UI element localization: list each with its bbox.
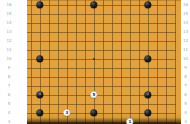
- row-label-16: 16: [0, 3, 18, 7]
- row-label-7: 7: [0, 84, 18, 88]
- grid-line-vertical: [103, 0, 104, 124]
- row-label-9: 9: [0, 66, 18, 70]
- row-label-13: 13: [0, 30, 18, 34]
- goban-bottom-shadow: [27, 112, 181, 124]
- move-number: 4: [39, 93, 41, 96]
- row-label-3: 3: [0, 120, 18, 124]
- grid-line-vertical: [67, 0, 68, 124]
- row-label-4: 4: [0, 111, 18, 115]
- grid-line-vertical: [130, 0, 131, 124]
- grid-line-vertical: [76, 0, 77, 124]
- row-label-4: 4: [182, 111, 190, 115]
- grid-line-vertical: [139, 0, 140, 124]
- row-label-6: 6: [0, 93, 18, 97]
- row-label-8: 8: [182, 75, 190, 79]
- move-number: 3: [66, 111, 69, 115]
- right-coordinate-gutter: 161514131211109876543: [181, 0, 190, 124]
- grid-line-horizontal: [13, 77, 176, 78]
- row-label-11: 11: [182, 48, 190, 52]
- grid-line-vertical: [94, 0, 95, 124]
- row-label-3: 3: [182, 120, 190, 124]
- row-label-12: 12: [182, 39, 190, 43]
- move-number: 1: [129, 120, 132, 124]
- row-label-15: 15: [0, 12, 18, 16]
- grid-line-vertical: [85, 0, 86, 124]
- row-label-7: 7: [182, 84, 190, 88]
- row-label-16: 16: [182, 3, 190, 7]
- row-label-11: 11: [0, 48, 18, 52]
- grid-line-vertical: [175, 0, 176, 124]
- row-label-14: 14: [182, 21, 190, 25]
- grid-line-vertical: [112, 0, 113, 124]
- grid-line-vertical: [121, 0, 122, 124]
- grid-line-vertical: [157, 0, 158, 124]
- move-number: 2: [147, 93, 149, 96]
- white-stone-o3: 1: [126, 118, 133, 124]
- row-label-15: 15: [182, 12, 190, 16]
- move-number: 5: [93, 93, 96, 97]
- row-label-5: 5: [0, 102, 18, 106]
- row-label-13: 13: [182, 30, 190, 34]
- grid-line-vertical: [58, 0, 59, 124]
- row-label-10: 10: [0, 57, 18, 61]
- grid-line-vertical: [49, 0, 50, 124]
- grid-line-vertical: [166, 0, 167, 124]
- row-label-5: 5: [182, 102, 190, 106]
- grid-line-horizontal: [13, 86, 176, 87]
- row-label-9: 9: [182, 66, 190, 70]
- grid-line-horizontal: [13, 104, 176, 105]
- left-coordinate-gutter: 161514131211109876543: [0, 0, 27, 124]
- go-board-viewport: 161514131211109876543 161514131211109876…: [0, 0, 190, 124]
- row-label-8: 8: [0, 75, 18, 79]
- grid-line-vertical: [31, 0, 32, 124]
- row-label-12: 12: [0, 39, 18, 43]
- grid-line-horizontal: [13, 68, 176, 69]
- row-label-14: 14: [0, 21, 18, 25]
- row-label-6: 6: [182, 93, 190, 97]
- row-label-10: 10: [182, 57, 190, 61]
